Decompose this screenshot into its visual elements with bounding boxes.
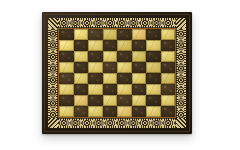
board-square[interactable] (132, 29, 147, 40)
chess-board-grid (59, 29, 175, 117)
board-square[interactable] (103, 106, 118, 117)
board-square[interactable] (74, 62, 89, 73)
board-square[interactable] (161, 62, 176, 73)
board-square[interactable] (117, 62, 132, 73)
board-square[interactable] (117, 73, 132, 84)
board-square[interactable] (103, 73, 118, 84)
board-square[interactable] (146, 51, 161, 62)
board-square[interactable] (132, 51, 147, 62)
board-square[interactable] (146, 29, 161, 40)
board-square[interactable] (161, 40, 176, 51)
board-square[interactable] (74, 84, 89, 95)
board-square[interactable] (103, 40, 118, 51)
board-square[interactable] (59, 62, 74, 73)
board-square[interactable] (59, 40, 74, 51)
board-square[interactable] (59, 73, 74, 84)
board-square[interactable] (103, 84, 118, 95)
board-square[interactable] (117, 40, 132, 51)
board-square[interactable] (117, 106, 132, 117)
board-square[interactable] (146, 40, 161, 51)
board-square[interactable] (146, 73, 161, 84)
board-square[interactable] (88, 84, 103, 95)
board-square[interactable] (146, 62, 161, 73)
board-square[interactable] (88, 62, 103, 73)
board-square[interactable] (132, 73, 147, 84)
board-square[interactable] (59, 84, 74, 95)
photo-background (0, 0, 240, 150)
board-square[interactable] (161, 84, 176, 95)
playing-field-frame (58, 28, 176, 118)
board-square[interactable] (161, 106, 176, 117)
board-square[interactable] (74, 29, 89, 40)
board-square[interactable] (88, 95, 103, 106)
border-corner-bottom-right (176, 118, 186, 128)
border-ornament-top (58, 18, 176, 28)
board-square[interactable] (161, 51, 176, 62)
chess-board (42, 12, 192, 134)
board-square[interactable] (103, 51, 118, 62)
board-square[interactable] (88, 106, 103, 117)
board-square[interactable] (132, 106, 147, 117)
board-square[interactable] (74, 106, 89, 117)
board-square[interactable] (59, 29, 74, 40)
board-square[interactable] (132, 84, 147, 95)
board-square[interactable] (146, 106, 161, 117)
board-square[interactable] (103, 29, 118, 40)
board-square[interactable] (74, 40, 89, 51)
board-square[interactable] (88, 73, 103, 84)
board-square[interactable] (59, 95, 74, 106)
border-corner-top-left (48, 18, 58, 28)
board-square[interactable] (132, 40, 147, 51)
board-square[interactable] (59, 106, 74, 117)
board-square[interactable] (74, 51, 89, 62)
board-square[interactable] (88, 29, 103, 40)
board-square[interactable] (117, 84, 132, 95)
board-square[interactable] (146, 84, 161, 95)
board-square[interactable] (103, 95, 118, 106)
board-square[interactable] (59, 51, 74, 62)
border-corner-bottom-left (48, 118, 58, 128)
board-square[interactable] (161, 73, 176, 84)
border-ornament-left (48, 28, 58, 118)
board-square[interactable] (88, 51, 103, 62)
border-ornament-bottom (58, 118, 176, 128)
board-square[interactable] (103, 62, 118, 73)
border-corner-top-right (176, 18, 186, 28)
board-square[interactable] (146, 95, 161, 106)
board-square[interactable] (132, 62, 147, 73)
board-square[interactable] (132, 95, 147, 106)
board-square[interactable] (161, 95, 176, 106)
board-square[interactable] (117, 51, 132, 62)
board-square[interactable] (88, 40, 103, 51)
board-square[interactable] (74, 73, 89, 84)
board-square[interactable] (117, 29, 132, 40)
board-square[interactable] (117, 95, 132, 106)
border-ornament-right (176, 28, 186, 118)
board-square[interactable] (161, 29, 176, 40)
board-square[interactable] (74, 95, 89, 106)
